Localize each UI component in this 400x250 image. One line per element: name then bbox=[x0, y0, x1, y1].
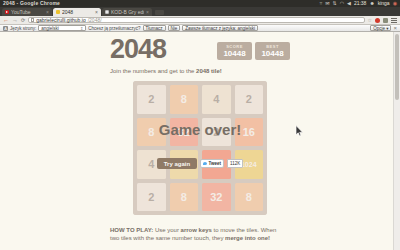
translate-button[interactable]: Tłumacz bbox=[143, 25, 166, 31]
youtube-favicon-icon bbox=[5, 10, 9, 14]
game-over-actions: Try again Tweet 112K bbox=[157, 158, 243, 169]
score-value: 10448 bbox=[221, 49, 248, 58]
back-button[interactable]: ← bbox=[3, 17, 9, 23]
tab-strip: YouTube × 2048 × KOD-B Gry edukacyjne × bbox=[0, 7, 400, 16]
tweet-label: Tweet bbox=[209, 161, 221, 166]
address-bar[interactable]: gabrielecirulli.github.io/2048/ bbox=[28, 17, 364, 23]
user-icon: ☻ bbox=[369, 0, 374, 7]
tab-2048[interactable]: 2048 × bbox=[53, 8, 101, 16]
clock[interactable]: 21:38 bbox=[354, 0, 367, 7]
try-again-button[interactable]: Try again bbox=[157, 158, 197, 169]
select-spinner-icon: ⇕ bbox=[80, 25, 83, 32]
subtitle-strong: 2048 tile! bbox=[196, 68, 222, 74]
always-translate-button[interactable]: Zawsze tłumacz z języka: angielski bbox=[182, 25, 258, 31]
translate-question: Chcesz ją przetłumaczyć? bbox=[88, 25, 140, 32]
best-value: 10448 bbox=[259, 49, 286, 58]
tab-document[interactable]: KOD-B Gry edukacyjne × bbox=[102, 8, 152, 16]
url-domain: gabrielecirulli.github.io bbox=[36, 18, 85, 23]
extension-icon-2[interactable] bbox=[383, 18, 388, 23]
screen: 2048 - Google Chrome ⌗ ✉ ⇅ ◠ ◀ 21:38 ☻ k… bbox=[0, 0, 400, 250]
forward-button[interactable]: → bbox=[12, 17, 18, 23]
game-over-overlay: Game over! Try again Tweet 112K bbox=[133, 81, 267, 215]
game-board: 2842832216412864102428328 Game over! Try… bbox=[133, 81, 267, 215]
language-select[interactable]: angielski ⇕ bbox=[38, 25, 86, 31]
document-favicon-icon bbox=[105, 10, 109, 14]
system-tray: ⌗ ✉ ⇅ ◠ ◀ 21:38 ☻ kinga ◉ bbox=[319, 0, 397, 7]
page-icon bbox=[31, 18, 34, 22]
language-value: angielski bbox=[41, 25, 59, 32]
power-icon[interactable]: ◉ bbox=[393, 0, 397, 7]
tweet-count: 112K bbox=[227, 159, 243, 168]
subtitle-text: Join the numbers and get to the bbox=[110, 68, 196, 74]
tab-title: KOD-B Gry edukacyjne bbox=[111, 8, 144, 16]
translate-infobar: A Język strony: angielski ⇕ Chcesz ją pr… bbox=[0, 25, 400, 32]
username[interactable]: kinga bbox=[378, 0, 390, 7]
wifi-icon[interactable]: ◠ bbox=[340, 0, 344, 7]
tab-close-icon[interactable]: × bbox=[95, 8, 98, 16]
keyboard-indicator-icon[interactable]: ⌗ bbox=[319, 0, 322, 7]
how-to-play-label: HOW TO PLAY: bbox=[110, 227, 153, 233]
tab-youtube[interactable]: YouTube × bbox=[2, 8, 52, 16]
reload-button[interactable]: ⟳ bbox=[21, 17, 25, 23]
tab-close-icon[interactable]: × bbox=[46, 8, 49, 16]
mail-icon[interactable]: ✉ bbox=[325, 0, 329, 7]
scrollbar-thumb[interactable] bbox=[395, 34, 399, 100]
window-title: 2048 - Google Chrome bbox=[3, 0, 60, 7]
mouse-cursor bbox=[295, 123, 304, 141]
page-content: 2048 SCORE 10448 BEST 10448 Join the num… bbox=[0, 32, 400, 250]
network-icon[interactable]: ⇅ bbox=[332, 0, 336, 7]
ubuntu-top-panel: 2048 - Google Chrome ⌗ ✉ ⇅ ◠ ◀ 21:38 ☻ k… bbox=[0, 0, 400, 7]
translate-icon: A bbox=[3, 26, 8, 31]
how-to-play: HOW TO PLAY: Use your arrow keys to move… bbox=[110, 227, 280, 242]
2048-favicon-icon bbox=[56, 10, 60, 14]
page-title: 2048 bbox=[110, 34, 166, 64]
game-over-message: Game over! bbox=[159, 121, 242, 138]
scrollbar[interactable] bbox=[393, 32, 400, 250]
translate-language-label: Język strony: bbox=[10, 25, 36, 32]
extension-icon[interactable] bbox=[375, 18, 380, 23]
no-button[interactable]: Nie bbox=[168, 25, 181, 31]
game-header: 2048 SCORE 10448 BEST 10448 bbox=[110, 34, 290, 66]
volume-icon[interactable]: ◀ bbox=[347, 0, 351, 7]
score-box: SCORE 10448 bbox=[217, 42, 252, 60]
infobar-close-icon[interactable]: × bbox=[393, 25, 397, 32]
game-container: 2048 SCORE 10448 BEST 10448 Join the num… bbox=[110, 32, 290, 242]
twitter-bird-icon bbox=[203, 162, 207, 165]
bookmark-star-icon[interactable]: ☆ bbox=[368, 18, 372, 23]
tab-close-icon[interactable]: × bbox=[146, 8, 149, 16]
options-button[interactable]: Opcje ▾ bbox=[370, 25, 391, 31]
new-tab-button[interactable] bbox=[155, 10, 164, 15]
subtitle: Join the numbers and get to the 2048 til… bbox=[110, 68, 290, 74]
chrome-menu-icon[interactable] bbox=[391, 18, 397, 23]
scores: SCORE 10448 BEST 10448 bbox=[217, 42, 290, 60]
url-path: /2048/ bbox=[88, 18, 102, 23]
tab-title: YouTube bbox=[11, 8, 44, 16]
best-box: BEST 10448 bbox=[255, 42, 290, 60]
tab-title: 2048 bbox=[62, 8, 93, 16]
tweet-button[interactable]: Tweet bbox=[200, 159, 224, 168]
